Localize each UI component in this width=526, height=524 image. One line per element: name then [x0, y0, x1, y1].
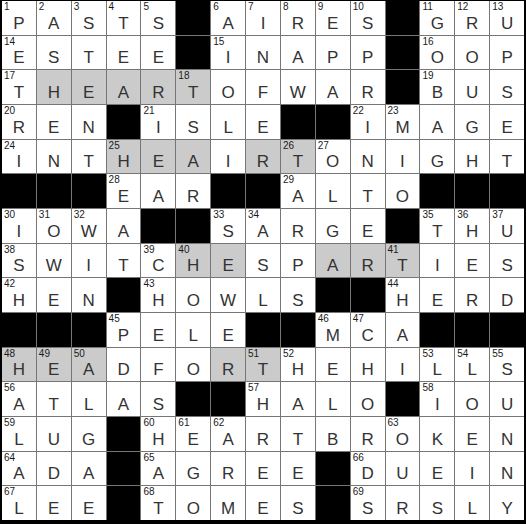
clue-number-37: 37 — [492, 209, 503, 220]
cell-r14c11[interactable]: 66D — [351, 452, 385, 486]
cell-r3c8[interactable]: F — [246, 70, 280, 104]
cell-r2c4[interactable]: E — [107, 36, 141, 70]
cell-letter-r9c9: S — [281, 292, 315, 309]
cell-r5c2[interactable]: N — [37, 140, 71, 174]
cell-r8c6[interactable]: 40H — [176, 244, 210, 278]
cell-r8c13[interactable]: I — [420, 244, 454, 278]
cell-letter-r1c1: P — [2, 15, 36, 32]
clue-number-44: 44 — [388, 278, 399, 289]
cell-r8c15[interactable]: S — [490, 244, 524, 278]
cell-r12c8[interactable]: 57H — [246, 382, 280, 416]
cell-r6c5[interactable]: A — [141, 174, 175, 208]
cell-r7c7[interactable]: 33S — [211, 209, 245, 243]
cell-letter-r12c4: A — [107, 396, 141, 413]
cell-r3c2[interactable]: H — [37, 70, 71, 104]
clue-number-2: 2 — [39, 1, 45, 12]
cell-letter-r11c15: S — [490, 361, 524, 378]
clue-number-36: 36 — [457, 209, 468, 220]
cell-r6c12[interactable]: O — [386, 174, 420, 208]
clue-number-54: 54 — [457, 348, 468, 359]
cell-r11c14[interactable]: 54L — [455, 348, 489, 382]
cell-r8c12[interactable]: 41T — [386, 244, 420, 278]
cell-r4c1[interactable]: 20R — [2, 105, 36, 139]
cell-r10c7[interactable]: E — [211, 313, 245, 347]
cell-letter-r3c11: R — [351, 84, 385, 101]
cell-r15c14[interactable]: L — [455, 486, 489, 520]
cell-letter-r10c5: E — [141, 327, 175, 344]
cell-r15c5[interactable]: 68T — [141, 486, 175, 520]
cell-letter-r6c9: A — [281, 188, 315, 205]
clue-number-66: 66 — [353, 452, 364, 463]
cell-r7c9[interactable]: R — [281, 209, 315, 243]
black-cell-r2c6 — [176, 36, 210, 70]
cell-r7c4[interactable]: A — [107, 209, 141, 243]
cell-r12c4[interactable]: A — [107, 382, 141, 416]
cell-r11c5[interactable]: F — [141, 348, 175, 382]
clue-number-13: 13 — [492, 1, 503, 12]
cell-r4c6[interactable]: S — [176, 105, 210, 139]
cell-r6c9[interactable]: 29A — [281, 174, 315, 208]
cell-r4c2[interactable]: E — [37, 105, 71, 139]
cell-r4c8[interactable]: E — [246, 105, 280, 139]
cell-r15c2[interactable]: E — [37, 486, 71, 520]
cell-r11c12[interactable]: I — [386, 348, 420, 382]
cell-letter-r7c11: E — [351, 223, 385, 240]
cell-letter-r13c1: L — [2, 431, 36, 448]
cell-letter-r15c3: E — [72, 500, 106, 517]
cell-r14c7[interactable]: R — [211, 452, 245, 486]
cell-r2c11[interactable]: P — [351, 36, 385, 70]
cell-r14c15[interactable]: N — [490, 452, 524, 486]
cell-letter-r3c1: T — [2, 84, 36, 101]
clue-number-42: 42 — [4, 278, 15, 289]
cell-letter-r6c10: L — [316, 188, 350, 205]
cell-r14c12[interactable]: U — [386, 452, 420, 486]
clue-number-35: 35 — [422, 209, 433, 220]
cell-r7c3[interactable]: 32W — [72, 209, 106, 243]
cell-r7c13[interactable]: 35T — [420, 209, 454, 243]
black-cell-r6c13 — [420, 174, 454, 208]
cell-letter-r2c11: P — [351, 49, 385, 66]
cell-letter-r9c7: W — [211, 292, 245, 309]
cell-r10c10[interactable]: 46M — [316, 313, 350, 347]
cell-letter-r5c4: H — [107, 153, 141, 170]
cell-letter-r3c2: H — [37, 84, 71, 101]
cell-r13c1[interactable]: 59L — [2, 417, 36, 451]
cell-letter-r5c2: N — [37, 153, 71, 170]
cell-r8c7[interactable]: E — [211, 244, 245, 278]
cell-r13c10[interactable]: B — [316, 417, 350, 451]
cell-r15c9[interactable]: S — [281, 486, 315, 520]
cell-r5c11[interactable]: N — [351, 140, 385, 174]
clue-number-62: 62 — [213, 417, 224, 428]
cell-r12c9[interactable]: A — [281, 382, 315, 416]
cell-letter-r10c11: C — [351, 327, 385, 344]
cell-r2c10[interactable]: P — [316, 36, 350, 70]
cell-r9c1[interactable]: 42H — [2, 278, 36, 312]
cell-r11c9[interactable]: 52H — [281, 348, 315, 382]
cell-letter-r5c6: A — [176, 153, 210, 170]
cell-r5c10[interactable]: 27O — [316, 140, 350, 174]
cell-r2c15[interactable]: P — [490, 36, 524, 70]
cell-r8c1[interactable]: 38S — [2, 244, 36, 278]
cell-r3c13[interactable]: 19B — [420, 70, 454, 104]
cell-letter-r10c4: P — [107, 327, 141, 344]
cell-letter-r14c7: R — [211, 465, 245, 482]
cell-r11c4[interactable]: D — [107, 348, 141, 382]
cell-letter-r14c11: D — [351, 465, 385, 482]
cell-r4c7[interactable]: L — [211, 105, 245, 139]
cell-letter-r8c10: A — [316, 257, 350, 274]
cell-r13c12[interactable]: 63O — [386, 417, 420, 451]
cell-r12c10[interactable]: L — [316, 382, 350, 416]
cell-r14c1[interactable]: 64A — [2, 452, 36, 486]
clue-number-3: 3 — [74, 1, 80, 12]
clue-number-4: 4 — [109, 1, 115, 12]
cell-r3c10[interactable]: A — [316, 70, 350, 104]
cell-letter-r5c3: T — [72, 153, 106, 170]
cell-r4c13[interactable]: A — [420, 105, 454, 139]
cell-r10c11[interactable]: 47C — [351, 313, 385, 347]
clue-number-22: 22 — [353, 105, 364, 116]
cell-r11c11[interactable]: H — [351, 348, 385, 382]
black-cell-r12c7 — [211, 382, 245, 416]
cell-r9c7[interactable]: W — [211, 278, 245, 312]
cell-r14c3[interactable]: A — [72, 452, 106, 486]
cell-r15c1[interactable]: 67L — [2, 486, 36, 520]
cell-r5c12[interactable]: I — [386, 140, 420, 174]
cell-r6c11[interactable]: T — [351, 174, 385, 208]
cell-r11c15[interactable]: 55S — [490, 348, 524, 382]
cell-r4c11[interactable]: 22I — [351, 105, 385, 139]
cell-r1c10[interactable]: 9E — [316, 1, 350, 35]
cell-r7c10[interactable]: G — [316, 209, 350, 243]
black-cell-r2c12 — [386, 36, 420, 70]
cell-letter-r7c8: A — [246, 223, 280, 240]
cell-r5c9[interactable]: 26T — [281, 140, 315, 174]
cell-r1c3[interactable]: 3S — [72, 1, 106, 35]
cell-r12c2[interactable]: T — [37, 382, 71, 416]
clue-number-21: 21 — [143, 105, 154, 116]
cell-letter-r1c5: S — [141, 15, 175, 32]
cell-letter-r4c15: E — [490, 119, 524, 136]
cell-r15c3[interactable]: E — [72, 486, 106, 520]
cell-r10c6[interactable]: L — [176, 313, 210, 347]
cell-r9c6[interactable]: O — [176, 278, 210, 312]
cell-r11c7[interactable]: R — [211, 348, 245, 382]
cell-letter-r3c9: W — [281, 84, 315, 101]
cell-r5c15[interactable]: T — [490, 140, 524, 174]
cell-r3c3[interactable]: E — [72, 70, 106, 104]
cell-r5c1[interactable]: 24I — [2, 140, 36, 174]
cell-r5c8[interactable]: R — [246, 140, 280, 174]
cell-r9c13[interactable]: E — [420, 278, 454, 312]
clue-number-19: 19 — [422, 70, 433, 81]
cell-r9c3[interactable]: N — [72, 278, 106, 312]
cell-letter-r8c13: I — [420, 257, 454, 274]
cell-letter-r14c1: A — [2, 465, 36, 482]
cell-r13c3[interactable]: G — [72, 417, 106, 451]
cell-letter-r1c10: E — [316, 15, 350, 32]
cell-r3c14[interactable]: U — [455, 70, 489, 104]
cell-r6c6[interactable]: R — [176, 174, 210, 208]
cell-letter-r9c6: O — [176, 292, 210, 309]
cell-letter-r4c6: S — [176, 119, 210, 136]
cell-letter-r14c2: D — [37, 465, 71, 482]
cell-letter-r14c3: A — [72, 465, 106, 482]
cell-r12c5[interactable]: S — [141, 382, 175, 416]
cell-letter-r2c7: I — [211, 49, 245, 66]
cell-r12c3[interactable]: L — [72, 382, 106, 416]
cell-r14c2[interactable]: D — [37, 452, 71, 486]
cell-letter-r13c10: B — [316, 431, 350, 448]
cell-r13c6[interactable]: 61E — [176, 417, 210, 451]
cell-r4c5[interactable]: 21I — [141, 105, 175, 139]
clue-number-15: 15 — [213, 36, 224, 47]
cell-r15c8[interactable]: E — [246, 486, 280, 520]
cell-letter-r9c15: D — [490, 292, 524, 309]
cell-r1c11[interactable]: 10S — [351, 1, 385, 35]
cell-letter-r1c13: G — [420, 15, 454, 32]
cell-letter-r11c1: H — [2, 361, 36, 378]
cell-r14c6[interactable]: G — [176, 452, 210, 486]
cell-letter-r6c11: T — [351, 188, 385, 205]
cell-r2c2[interactable]: S — [37, 36, 71, 70]
cell-letter-r7c4: A — [107, 223, 141, 240]
cell-r15c13[interactable]: S — [420, 486, 454, 520]
cell-letter-r6c12: O — [386, 188, 420, 205]
cell-r13c7[interactable]: 62A — [211, 417, 245, 451]
cell-r1c13[interactable]: 11G — [420, 1, 454, 35]
cell-r11c2[interactable]: 49E — [37, 348, 71, 382]
cell-r8c14[interactable]: E — [455, 244, 489, 278]
cell-r5c4[interactable]: 25H — [107, 140, 141, 174]
cell-letter-r13c7: A — [211, 431, 245, 448]
cell-r10c12[interactable]: A — [386, 313, 420, 347]
cell-r8c5[interactable]: 39C — [141, 244, 175, 278]
cell-r12c15[interactable]: U — [490, 382, 524, 416]
cell-r7c2[interactable]: 31O — [37, 209, 71, 243]
cell-r9c8[interactable]: L — [246, 278, 280, 312]
cell-r13c8[interactable]: R — [246, 417, 280, 451]
cell-r6c10[interactable]: L — [316, 174, 350, 208]
cell-r15c6[interactable]: O — [176, 486, 210, 520]
clue-number-10: 10 — [353, 1, 364, 12]
cell-letter-r11c4: D — [107, 361, 141, 378]
cell-r2c13[interactable]: 16O — [420, 36, 454, 70]
cell-r4c12[interactable]: 23M — [386, 105, 420, 139]
cell-r10c4[interactable]: 45P — [107, 313, 141, 347]
cell-r13c9[interactable]: T — [281, 417, 315, 451]
cell-r13c2[interactable]: U — [37, 417, 71, 451]
cell-r2c9[interactable]: A — [281, 36, 315, 70]
clue-number-9: 9 — [318, 1, 324, 12]
cell-r9c12[interactable]: 44H — [386, 278, 420, 312]
cell-letter-r14c8: E — [246, 465, 280, 482]
clue-number-23: 23 — [388, 105, 399, 116]
cell-r15c12[interactable]: R — [386, 486, 420, 520]
cell-letter-r11c5: F — [141, 361, 175, 378]
cell-r9c2[interactable]: E — [37, 278, 71, 312]
cell-r11c1[interactable]: 48H — [2, 348, 36, 382]
cell-letter-r4c5: I — [141, 119, 175, 136]
cell-letter-r1c2: A — [37, 15, 71, 32]
cell-r1c4[interactable]: 4T — [107, 1, 141, 35]
cell-r14c8[interactable]: E — [246, 452, 280, 486]
cell-letter-r4c13: A — [420, 119, 454, 136]
cell-r3c4[interactable]: A — [107, 70, 141, 104]
clue-number-25: 25 — [109, 140, 120, 151]
cell-r5c3[interactable]: T — [72, 140, 106, 174]
cell-r11c3[interactable]: 50A — [72, 348, 106, 382]
black-cell-r12c12 — [386, 382, 420, 416]
cell-letter-r7c14: H — [455, 223, 489, 240]
black-cell-r10c15 — [490, 313, 524, 347]
cell-r2c3[interactable]: T — [72, 36, 106, 70]
cell-r9c5[interactable]: 43H — [141, 278, 175, 312]
cell-r7c15[interactable]: 37U — [490, 209, 524, 243]
cell-r7c14[interactable]: 36H — [455, 209, 489, 243]
cell-r15c15[interactable]: Y — [490, 486, 524, 520]
clue-number-61: 61 — [178, 417, 189, 428]
cell-r2c14[interactable]: O — [455, 36, 489, 70]
cell-letter-r13c9: T — [281, 431, 315, 448]
cell-r5c6[interactable]: A — [176, 140, 210, 174]
cell-r4c15[interactable]: E — [490, 105, 524, 139]
cell-r11c13[interactable]: 53L — [420, 348, 454, 382]
cell-r3c5[interactable]: R — [141, 70, 175, 104]
cell-r8c4[interactable]: T — [107, 244, 141, 278]
black-cell-r10c8 — [246, 313, 280, 347]
cell-r5c14[interactable]: H — [455, 140, 489, 174]
cell-r8c2[interactable]: W — [37, 244, 71, 278]
cell-letter-r11c14: L — [455, 361, 489, 378]
cell-letter-r5c9: T — [281, 153, 315, 170]
cell-letter-r8c12: T — [386, 257, 420, 274]
cell-letter-r1c4: T — [107, 15, 141, 32]
cell-r13c14[interactable]: E — [455, 417, 489, 451]
cell-r12c1[interactable]: 56A — [2, 382, 36, 416]
cell-letter-r6c4: E — [107, 188, 141, 205]
cell-r1c1[interactable]: 1P — [2, 1, 36, 35]
cell-r3c11[interactable]: R — [351, 70, 385, 104]
cell-letter-r7c10: G — [316, 223, 350, 240]
cell-letter-r14c13: E — [420, 465, 454, 482]
cell-r14c14[interactable]: I — [455, 452, 489, 486]
cell-letter-r13c15: N — [490, 431, 524, 448]
cell-letter-r7c7: S — [211, 223, 245, 240]
cell-r8c9[interactable]: P — [281, 244, 315, 278]
cell-r3c7[interactable]: O — [211, 70, 245, 104]
clue-number-17: 17 — [4, 70, 15, 81]
cell-letter-r12c1: A — [2, 396, 36, 413]
cell-r13c15[interactable]: N — [490, 417, 524, 451]
cell-letter-r15c2: E — [37, 500, 71, 517]
cell-r4c3[interactable]: N — [72, 105, 106, 139]
cell-letter-r3c15: S — [490, 84, 524, 101]
cell-letter-r13c6: E — [176, 431, 210, 448]
cell-letter-r1c15: U — [490, 15, 524, 32]
cell-letter-r15c1: L — [2, 500, 36, 517]
cell-r7c1[interactable]: 30I — [2, 209, 36, 243]
black-cell-r15c10 — [316, 486, 350, 520]
cell-r2c5[interactable]: E — [141, 36, 175, 70]
cell-r7c8[interactable]: 34A — [246, 209, 280, 243]
cell-r12c14[interactable]: O — [455, 382, 489, 416]
cell-r3c15[interactable]: S — [490, 70, 524, 104]
cell-letter-r12c8: H — [246, 396, 280, 413]
cell-r1c14[interactable]: 12R — [455, 1, 489, 35]
cell-letter-r15c6: O — [176, 500, 210, 517]
cell-r1c7[interactable]: 6A — [211, 1, 245, 35]
cell-letter-r12c2: T — [37, 396, 71, 413]
cell-r8c11[interactable]: R — [351, 244, 385, 278]
cell-r14c13[interactable]: E — [420, 452, 454, 486]
cell-r4c14[interactable]: G — [455, 105, 489, 139]
cell-letter-r13c13: K — [420, 431, 454, 448]
cell-r12c13[interactable]: 58I — [420, 382, 454, 416]
cell-r1c2[interactable]: 2A — [37, 1, 71, 35]
cell-r3c6[interactable]: 18T — [176, 70, 210, 104]
cell-r10c5[interactable]: E — [141, 313, 175, 347]
cell-r9c9[interactable]: S — [281, 278, 315, 312]
black-cell-r9c10 — [316, 278, 350, 312]
cell-r15c7[interactable]: M — [211, 486, 245, 520]
cell-r3c9[interactable]: W — [281, 70, 315, 104]
cell-r11c6[interactable]: O — [176, 348, 210, 382]
cell-letter-r9c12: H — [386, 292, 420, 309]
clue-number-12: 12 — [457, 1, 468, 12]
cell-letter-r1c11: S — [351, 15, 385, 32]
cell-r5c13[interactable]: G — [420, 140, 454, 174]
cell-r9c15[interactable]: D — [490, 278, 524, 312]
cell-r8c10[interactable]: A — [316, 244, 350, 278]
cell-r2c1[interactable]: 14E — [2, 36, 36, 70]
clue-number-38: 38 — [4, 244, 15, 255]
cell-r14c9[interactable]: E — [281, 452, 315, 486]
cell-r5c7[interactable]: I — [211, 140, 245, 174]
cell-letter-r10c10: M — [316, 327, 350, 344]
cell-r1c5[interactable]: 5S — [141, 1, 175, 35]
cell-letter-r12c15: U — [490, 396, 524, 413]
cell-r8c3[interactable]: I — [72, 244, 106, 278]
cell-r1c15[interactable]: 13U — [490, 1, 524, 35]
cell-r13c13[interactable]: K — [420, 417, 454, 451]
cell-letter-r4c7: L — [211, 119, 245, 136]
cell-r2c8[interactable]: N — [246, 36, 280, 70]
cell-r1c9[interactable]: 8R — [281, 1, 315, 35]
cell-r13c11[interactable]: R — [351, 417, 385, 451]
cell-letter-r7c15: U — [490, 223, 524, 240]
cell-r6c4[interactable]: 28E — [107, 174, 141, 208]
cell-r5c5[interactable]: E — [141, 140, 175, 174]
cell-r15c11[interactable]: 69S — [351, 486, 385, 520]
cell-r11c8[interactable]: 51T — [246, 348, 280, 382]
cell-r8c8[interactable]: S — [246, 244, 280, 278]
cell-letter-r8c1: S — [2, 257, 36, 274]
cell-r2c7[interactable]: 15I — [211, 36, 245, 70]
cell-r1c8[interactable]: 7I — [246, 1, 280, 35]
cell-r13c5[interactable]: 60H — [141, 417, 175, 451]
cell-r7c11[interactable]: E — [351, 209, 385, 243]
cell-r14c5[interactable]: 65A — [141, 452, 175, 486]
cell-r11c10[interactable]: E — [316, 348, 350, 382]
black-cell-r14c4 — [107, 452, 141, 486]
cell-letter-r9c2: E — [37, 292, 71, 309]
cell-r12c11[interactable]: O — [351, 382, 385, 416]
cell-r3c1[interactable]: 17T — [2, 70, 36, 104]
cell-r9c14[interactable]: R — [455, 278, 489, 312]
